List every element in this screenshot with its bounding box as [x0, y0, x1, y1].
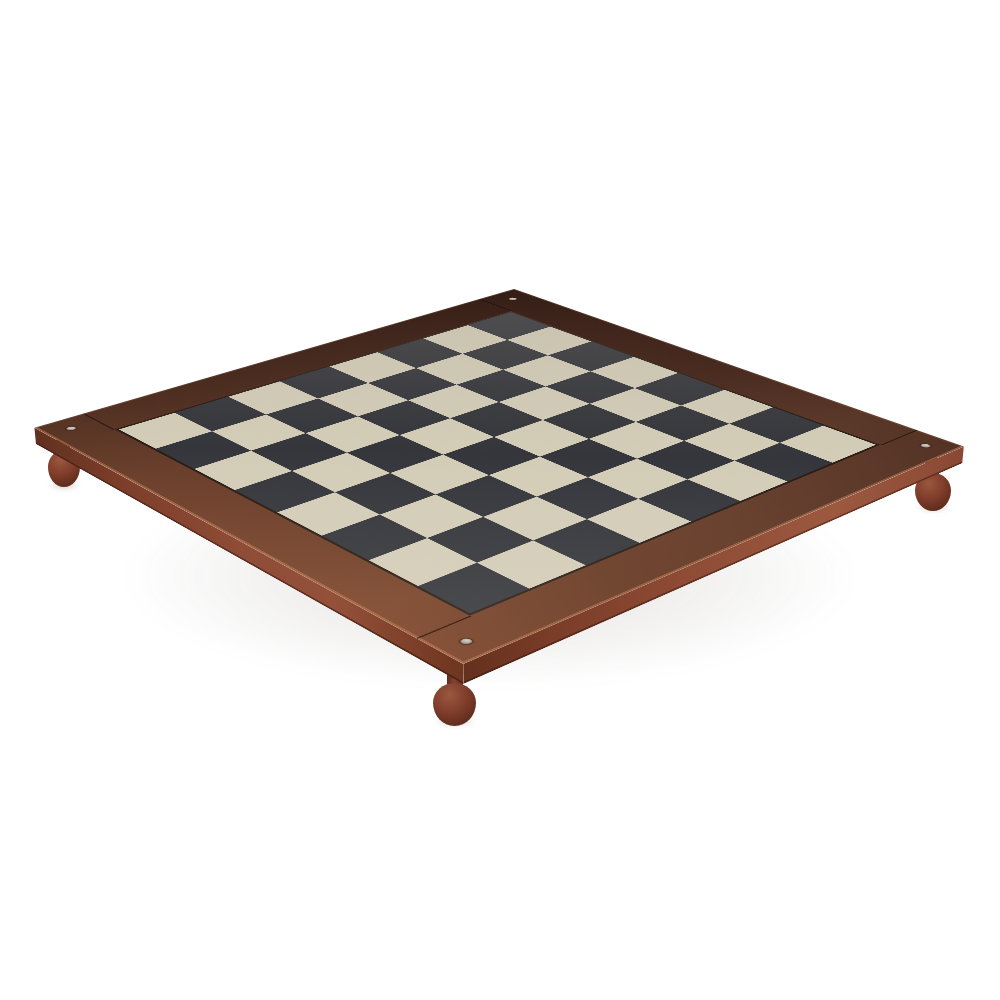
square-c7	[251, 433, 347, 471]
square-g8	[369, 538, 477, 586]
frame-seam-left-corner	[83, 413, 115, 430]
square-h5	[587, 499, 691, 543]
square-h4	[638, 479, 740, 521]
square-h2	[735, 443, 833, 482]
square-h6	[533, 519, 639, 565]
square-h8	[418, 563, 529, 614]
square-c8	[194, 451, 292, 490]
square-d6	[347, 435, 443, 473]
square-e8	[277, 492, 380, 535]
square-g4	[588, 459, 688, 499]
square-d8	[235, 471, 335, 512]
square-h7	[477, 540, 586, 588]
square-f7	[380, 494, 483, 538]
square-f6	[436, 475, 537, 517]
square-f8	[322, 515, 427, 561]
square-e7	[335, 473, 436, 515]
square-h3	[687, 461, 787, 501]
corner-screw-right	[919, 443, 932, 448]
corner-screw-left	[65, 426, 77, 431]
square-g6	[483, 497, 587, 541]
square-f4	[540, 439, 637, 477]
square-g3	[637, 441, 735, 480]
product-photo-stage	[0, 0, 1000, 1000]
square-d7	[292, 453, 390, 493]
square-g7	[427, 517, 533, 563]
frame-seam-right-corner	[880, 430, 918, 446]
frame-seam-far-corner	[478, 299, 512, 311]
square-g5	[537, 477, 639, 519]
corner-screw-far	[507, 297, 518, 300]
square-f5	[489, 457, 588, 497]
corner-screw-near	[458, 638, 474, 646]
square-e6	[390, 455, 489, 495]
square-e5	[443, 437, 540, 475]
frame-seam-near-corner	[416, 616, 471, 639]
